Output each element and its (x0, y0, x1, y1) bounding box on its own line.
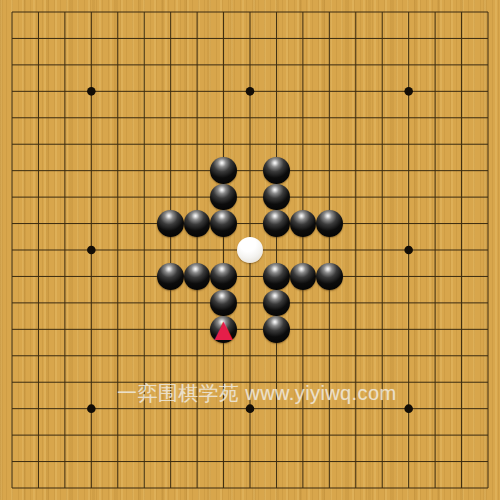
triangle-marker: ▲ (210, 317, 237, 341)
black-stone (210, 263, 237, 290)
white-stone (237, 237, 264, 264)
black-stone (210, 210, 237, 237)
black-stone (290, 263, 317, 290)
black-stone (184, 263, 211, 290)
black-stone: ▲ (210, 316, 237, 343)
go-board-diagram: ▲ 一弈围棋学苑 www.yiyiwq.com (0, 0, 500, 500)
black-stone (210, 157, 237, 184)
watermark: 一弈围棋学苑 www.yiyiwq.com (117, 382, 397, 404)
black-stone (263, 210, 290, 237)
black-stone (210, 184, 237, 211)
black-stone (290, 210, 317, 237)
black-stone (316, 263, 343, 290)
black-stone (157, 210, 184, 237)
black-stone (263, 184, 290, 211)
black-stone (316, 210, 343, 237)
black-stone (263, 263, 290, 290)
black-stone (210, 290, 237, 317)
black-stone (263, 290, 290, 317)
black-stone (157, 263, 184, 290)
black-stone (184, 210, 211, 237)
board-intersections[interactable]: ▲ (0, 0, 500, 500)
black-stone (263, 316, 290, 343)
black-stone (263, 157, 290, 184)
